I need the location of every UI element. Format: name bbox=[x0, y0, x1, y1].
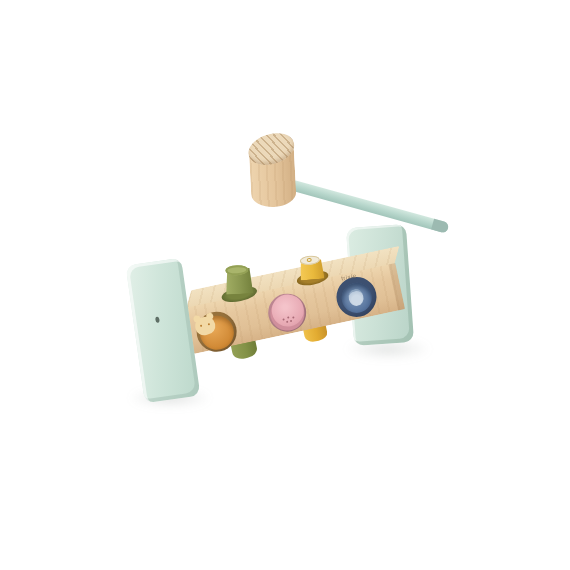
product-photo-canvas: trixie bbox=[0, 0, 570, 570]
bench-end-panel-left bbox=[126, 258, 201, 403]
panel-pilot-hole bbox=[155, 316, 160, 322]
mallet-head bbox=[247, 133, 299, 210]
mallet-handle-tip bbox=[431, 219, 449, 234]
mallet-handle bbox=[289, 179, 450, 233]
